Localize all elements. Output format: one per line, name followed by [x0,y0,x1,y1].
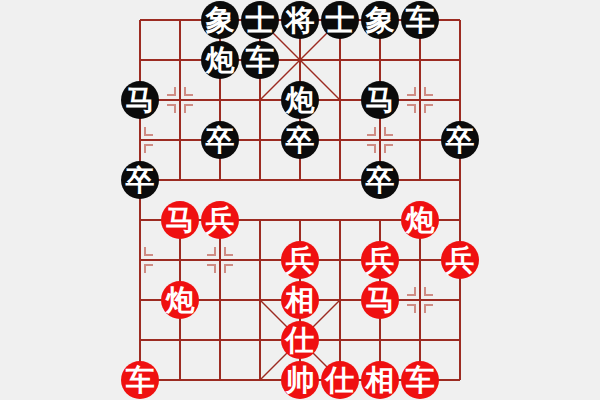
piece-black-chariot[interactable]: 车 [241,41,279,79]
piece-red-horse[interactable]: 马 [361,281,399,319]
piece-red-soldier[interactable]: 兵 [361,241,399,279]
piece-red-advisor[interactable]: 仕 [321,361,359,399]
piece-black-horse[interactable]: 马 [361,81,399,119]
piece-red-elephant[interactable]: 相 [281,281,319,319]
piece-red-king[interactable]: 帅 [281,361,319,399]
piece-black-soldier[interactable]: 卒 [441,121,479,159]
piece-black-soldier[interactable]: 卒 [121,161,159,199]
piece-black-soldier[interactable]: 卒 [201,121,239,159]
piece-red-cannon[interactable]: 炮 [161,281,199,319]
piece-red-advisor[interactable]: 仕 [281,321,319,359]
piece-red-soldier[interactable]: 兵 [201,201,239,239]
piece-black-elephant[interactable]: 象 [361,1,399,39]
piece-red-chariot[interactable]: 车 [401,361,439,399]
piece-black-elephant[interactable]: 象 [201,1,239,39]
piece-black-soldier[interactable]: 卒 [281,121,319,159]
pieces-layer: 象士将士象车炮车马炮马卒卒卒卒卒马兵炮兵兵兵炮相马仕车帅仕相车 [0,0,600,400]
piece-black-cannon[interactable]: 炮 [281,81,319,119]
piece-red-cannon[interactable]: 炮 [401,201,439,239]
piece-red-horse[interactable]: 马 [161,201,199,239]
piece-black-king[interactable]: 将 [281,1,319,39]
piece-red-soldier[interactable]: 兵 [281,241,319,279]
piece-red-chariot[interactable]: 车 [121,361,159,399]
piece-black-advisor[interactable]: 士 [241,1,279,39]
xiangqi-board: 象士将士象车炮车马炮马卒卒卒卒卒马兵炮兵兵兵炮相马仕车帅仕相车 [0,0,600,400]
piece-black-cannon[interactable]: 炮 [201,41,239,79]
piece-red-soldier[interactable]: 兵 [441,241,479,279]
piece-black-advisor[interactable]: 士 [321,1,359,39]
piece-red-elephant[interactable]: 相 [361,361,399,399]
piece-black-chariot[interactable]: 车 [401,1,439,39]
piece-black-soldier[interactable]: 卒 [361,161,399,199]
piece-black-horse[interactable]: 马 [121,81,159,119]
